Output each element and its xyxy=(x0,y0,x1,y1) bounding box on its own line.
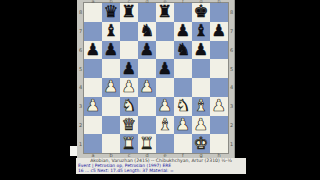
piece-white-Q-c2: ♛ xyxy=(122,116,137,134)
chess-board: ♛♜♜♚♝♞♟♝♟♟♟♟♞♟♟♟♟♟♟♟♞♟♞♝♟♛♝♟♟♜♜♚ xyxy=(84,3,228,153)
square-f4 xyxy=(174,78,192,97)
piece-black-B-g7: ♝ xyxy=(194,22,209,40)
rank-label-7: 7 xyxy=(77,22,84,41)
square-e2: ♝ xyxy=(156,116,174,135)
piece-white-P-c4: ♟ xyxy=(122,78,137,96)
file-label-d: d xyxy=(138,0,156,3)
piece-white-N-c3: ♞ xyxy=(122,97,137,115)
piece-black-K-g8: ♚ xyxy=(194,3,209,21)
corner-artifact xyxy=(70,146,77,156)
piece-white-B-g3: ♝ xyxy=(194,97,209,115)
square-h1 xyxy=(210,134,228,153)
rank-label-5: 5 xyxy=(228,59,235,78)
square-f2: ♟ xyxy=(174,116,192,135)
rank-label-2: 2 xyxy=(228,116,235,135)
square-b6: ♟ xyxy=(102,41,120,60)
piece-black-N-f6: ♞ xyxy=(176,41,191,59)
rank-label-2: 2 xyxy=(77,116,84,135)
square-d1: ♜ xyxy=(138,134,156,153)
piece-white-P-d4: ♟ xyxy=(140,78,155,96)
square-g5 xyxy=(192,59,210,78)
square-c4: ♟ xyxy=(120,78,138,97)
square-g3: ♝ xyxy=(192,97,210,116)
square-e4 xyxy=(156,78,174,97)
square-e5: ♟ xyxy=(156,59,174,78)
square-d8 xyxy=(138,3,156,22)
square-h6 xyxy=(210,41,228,60)
file-labels-top: abcdefgh xyxy=(84,0,228,3)
square-e1 xyxy=(156,134,174,153)
square-a8 xyxy=(84,3,102,22)
square-h2 xyxy=(210,116,228,135)
piece-black-P-a6: ♟ xyxy=(86,41,101,59)
rank-label-4: 4 xyxy=(228,78,235,97)
square-d6: ♟ xyxy=(138,41,156,60)
rank-label-3: 3 xyxy=(77,97,84,116)
square-g2: ♟ xyxy=(192,116,210,135)
rank-labels-right: 87654321 xyxy=(228,3,235,153)
square-f8 xyxy=(174,3,192,22)
square-b2 xyxy=(102,116,120,135)
square-h7: ♟ xyxy=(210,22,228,41)
square-a3: ♟ xyxy=(84,97,102,116)
piece-white-R-d1: ♜ xyxy=(140,134,155,152)
square-b1 xyxy=(102,134,120,153)
square-d5 xyxy=(138,59,156,78)
square-h8 xyxy=(210,3,228,22)
piece-black-B-b7: ♝ xyxy=(104,22,119,40)
piece-black-P-d6: ♟ xyxy=(140,41,155,59)
square-c8: ♜ xyxy=(120,3,138,22)
rank-label-5: 5 xyxy=(77,59,84,78)
rank-label-8: 8 xyxy=(77,3,84,22)
square-a1 xyxy=(84,134,102,153)
game-caption: Akobian, Varuzhan (2415) -- Chibukhchyan… xyxy=(76,158,246,174)
piece-white-P-h3: ♟ xyxy=(212,97,227,115)
square-h3: ♟ xyxy=(210,97,228,116)
square-g4 xyxy=(192,78,210,97)
piece-white-P-a3: ♟ xyxy=(86,97,101,115)
square-b8: ♛ xyxy=(102,3,120,22)
rank-label-1: 1 xyxy=(77,134,84,153)
square-f7: ♟ xyxy=(174,22,192,41)
square-g6: ♟ xyxy=(192,41,210,60)
piece-white-R-c1: ♜ xyxy=(122,134,137,152)
square-f3: ♞ xyxy=(174,97,192,116)
rank-label-3: 3 xyxy=(228,97,235,116)
square-c2: ♛ xyxy=(120,116,138,135)
square-f6: ♞ xyxy=(174,41,192,60)
file-label-h: h xyxy=(210,0,228,3)
piece-white-B-e2: ♝ xyxy=(158,116,173,134)
square-c1: ♜ xyxy=(120,134,138,153)
square-g8: ♚ xyxy=(192,3,210,22)
piece-black-P-e5: ♟ xyxy=(158,59,173,77)
file-label-g: g xyxy=(192,0,210,3)
square-f1 xyxy=(174,134,192,153)
square-a6: ♟ xyxy=(84,41,102,60)
rank-label-6: 6 xyxy=(228,41,235,60)
piece-black-P-c5: ♟ xyxy=(122,59,137,77)
square-d2 xyxy=(138,116,156,135)
rank-label-6: 6 xyxy=(77,41,84,60)
piece-white-P-b4: ♟ xyxy=(104,78,119,96)
file-label-a: a xyxy=(84,0,102,3)
piece-black-R-c8: ♜ xyxy=(122,3,137,21)
piece-black-Q-b8: ♛ xyxy=(104,3,119,21)
square-a7 xyxy=(84,22,102,41)
rank-labels-left: 87654321 xyxy=(77,3,84,153)
piece-black-N-d7: ♞ xyxy=(140,22,155,40)
square-b5 xyxy=(102,59,120,78)
piece-black-P-b6: ♟ xyxy=(104,41,119,59)
file-label-c: c xyxy=(120,0,138,3)
square-c3: ♞ xyxy=(120,97,138,116)
square-b7: ♝ xyxy=(102,22,120,41)
square-b3 xyxy=(102,97,120,116)
piece-black-P-g6: ♟ xyxy=(194,41,209,59)
square-e7 xyxy=(156,22,174,41)
piece-white-P-g2: ♟ xyxy=(194,116,209,134)
square-c7 xyxy=(120,22,138,41)
square-c6 xyxy=(120,41,138,60)
piece-white-P-e3: ♟ xyxy=(158,97,173,115)
square-d4: ♟ xyxy=(138,78,156,97)
square-c5: ♟ xyxy=(120,59,138,78)
move-status-line: 16 ... c5 Next: 17.d5 Length: 37 Materia… xyxy=(76,169,246,174)
square-h5 xyxy=(210,59,228,78)
rank-label-7: 7 xyxy=(228,22,235,41)
square-a5 xyxy=(84,59,102,78)
square-g7: ♝ xyxy=(192,22,210,41)
piece-black-R-e8: ♜ xyxy=(158,3,173,21)
square-e3: ♟ xyxy=(156,97,174,116)
rank-label-4: 4 xyxy=(77,78,84,97)
square-h4 xyxy=(210,78,228,97)
square-d3 xyxy=(138,97,156,116)
rank-label-1: 1 xyxy=(228,134,235,153)
piece-white-P-f2: ♟ xyxy=(176,116,191,134)
square-g1: ♚ xyxy=(192,134,210,153)
square-f5 xyxy=(174,59,192,78)
piece-white-N-f3: ♞ xyxy=(176,97,191,115)
square-b4: ♟ xyxy=(102,78,120,97)
square-a4 xyxy=(84,78,102,97)
square-d7: ♞ xyxy=(138,22,156,41)
square-e8: ♜ xyxy=(156,3,174,22)
piece-black-P-f7: ♟ xyxy=(176,22,191,40)
file-label-b: b xyxy=(102,0,120,3)
rank-label-8: 8 xyxy=(228,3,235,22)
piece-black-P-h7: ♟ xyxy=(212,22,227,40)
piece-white-K-g1: ♚ xyxy=(194,134,209,152)
square-a2 xyxy=(84,116,102,135)
file-label-f: f xyxy=(174,0,192,3)
square-e6 xyxy=(156,41,174,60)
file-label-e: e xyxy=(156,0,174,3)
